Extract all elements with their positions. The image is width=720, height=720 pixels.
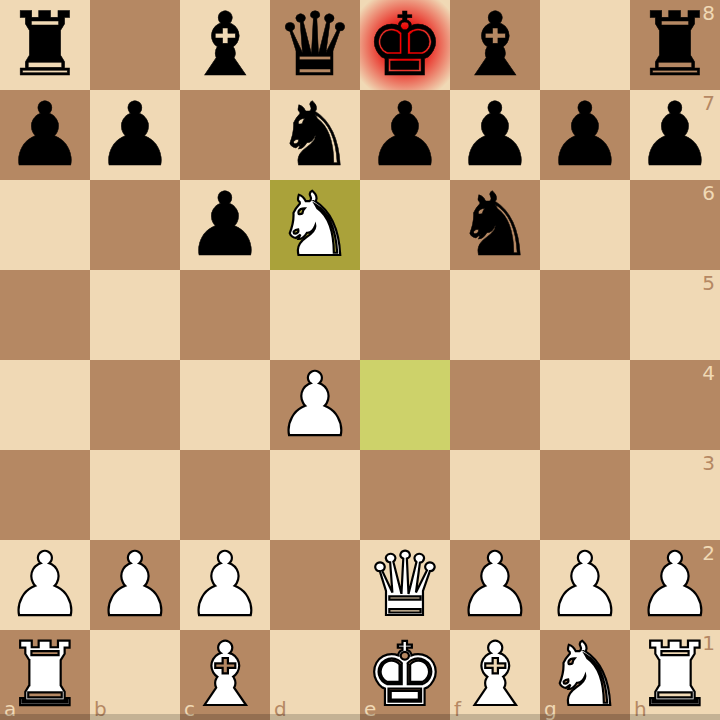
black-pawn-icon[interactable]: ♟ [90,90,180,180]
square-h1[interactable]: ♜h1 [630,630,720,720]
file-label-d: d [274,698,287,720]
square-a8[interactable]: ♜ [0,0,90,90]
square-h8[interactable]: ♜8 [630,0,720,90]
white-pawn-icon[interactable]: ♟ [270,360,360,450]
rank-label-5: 5 [702,272,715,294]
square-f7[interactable]: ♟ [450,90,540,180]
square-f5[interactable] [450,270,540,360]
square-c5[interactable] [180,270,270,360]
file-label-a: a [4,698,16,720]
square-g3[interactable] [540,450,630,540]
rank-label-1: 1 [702,632,715,654]
rank-label-4: 4 [702,362,715,384]
square-d7[interactable]: ♞ [270,90,360,180]
square-g6[interactable] [540,180,630,270]
square-h4[interactable]: 4 [630,360,720,450]
square-b7[interactable]: ♟ [90,90,180,180]
square-c3[interactable] [180,450,270,540]
square-d8[interactable]: ♛ [270,0,360,90]
rank-label-6: 6 [702,182,715,204]
black-bishop-icon[interactable]: ♝ [180,0,270,90]
square-h7[interactable]: ♟7 [630,90,720,180]
square-b6[interactable] [90,180,180,270]
square-e7[interactable]: ♟ [360,90,450,180]
black-queen-icon[interactable]: ♛ [270,0,360,90]
rank-label-3: 3 [702,452,715,474]
white-pawn-icon[interactable]: ♟ [180,540,270,630]
black-pawn-icon[interactable]: ♟ [450,90,540,180]
white-queen-icon[interactable]: ♛ [360,540,450,630]
black-pawn-icon[interactable]: ♟ [360,90,450,180]
square-b4[interactable] [90,360,180,450]
square-e2[interactable]: ♛ [360,540,450,630]
square-e4-lastmove-highlight[interactable] [360,360,450,450]
file-label-f: f [454,698,461,720]
square-a4[interactable] [0,360,90,450]
white-pawn-icon[interactable]: ♟ [90,540,180,630]
square-e3[interactable] [360,450,450,540]
file-label-e: e [364,698,376,720]
rank-label-2: 2 [702,542,715,564]
square-d2[interactable] [270,540,360,630]
square-a3[interactable] [0,450,90,540]
square-f4[interactable] [450,360,540,450]
white-pawn-icon[interactable]: ♟ [0,540,90,630]
square-a6[interactable] [0,180,90,270]
square-c7[interactable] [180,90,270,180]
square-e8[interactable]: ♚ [360,0,450,90]
square-g7[interactable]: ♟ [540,90,630,180]
square-e6[interactable] [360,180,450,270]
square-f8[interactable]: ♝ [450,0,540,90]
square-a2[interactable]: ♟ [0,540,90,630]
black-knight-icon[interactable]: ♞ [450,180,540,270]
square-h3[interactable]: 3 [630,450,720,540]
black-pawn-icon[interactable]: ♟ [0,90,90,180]
white-bishop-icon[interactable]: ♝ [450,630,540,720]
square-a7[interactable]: ♟ [0,90,90,180]
square-d4[interactable]: ♟ [270,360,360,450]
square-g1[interactable]: ♞g [540,630,630,720]
square-c4[interactable] [180,360,270,450]
black-pawn-icon[interactable]: ♟ [180,180,270,270]
square-f6[interactable]: ♞ [450,180,540,270]
chess-board: ♜♝♛♚♝♜8♟♟♞♟♟♟♟7♟♞♞65♟43♟♟♟♛♟♟♟2♜ab♝cd♚e♝… [0,0,720,720]
square-b3[interactable] [90,450,180,540]
square-g4[interactable] [540,360,630,450]
square-b8[interactable] [90,0,180,90]
square-d3[interactable] [270,450,360,540]
file-label-h: h [634,698,647,720]
rank-label-8: 8 [702,2,715,24]
square-h5[interactable]: 5 [630,270,720,360]
white-pawn-icon[interactable]: ♟ [540,540,630,630]
black-knight-icon[interactable]: ♞ [270,90,360,180]
square-a5[interactable] [0,270,90,360]
square-f1[interactable]: ♝f [450,630,540,720]
square-d6-lastmove-highlight[interactable]: ♞ [270,180,360,270]
square-h2[interactable]: ♟2 [630,540,720,630]
square-e1[interactable]: ♚e [360,630,450,720]
black-pawn-icon[interactable]: ♟ [540,90,630,180]
white-pawn-icon[interactable]: ♟ [450,540,540,630]
square-f3[interactable] [450,450,540,540]
square-d1[interactable]: d [270,630,360,720]
white-knight-icon[interactable]: ♞ [270,180,360,270]
square-c6[interactable]: ♟ [180,180,270,270]
square-c2[interactable]: ♟ [180,540,270,630]
square-g8[interactable] [540,0,630,90]
file-label-c: c [184,698,195,720]
square-g5[interactable] [540,270,630,360]
square-g2[interactable]: ♟ [540,540,630,630]
square-e5[interactable] [360,270,450,360]
square-c8[interactable]: ♝ [180,0,270,90]
square-b1[interactable]: b [90,630,180,720]
square-d5[interactable] [270,270,360,360]
black-bishop-icon[interactable]: ♝ [450,0,540,90]
square-c1[interactable]: ♝c [180,630,270,720]
square-a1[interactable]: ♜a [0,630,90,720]
file-label-b: b [94,698,107,720]
square-b5[interactable] [90,270,180,360]
black-king-icon[interactable]: ♚ [360,0,450,90]
square-h6[interactable]: 6 [630,180,720,270]
rank-label-7: 7 [702,92,715,114]
file-label-g: g [544,698,557,720]
black-rook-icon[interactable]: ♜ [0,0,90,90]
square-f2[interactable]: ♟ [450,540,540,630]
square-b2[interactable]: ♟ [90,540,180,630]
